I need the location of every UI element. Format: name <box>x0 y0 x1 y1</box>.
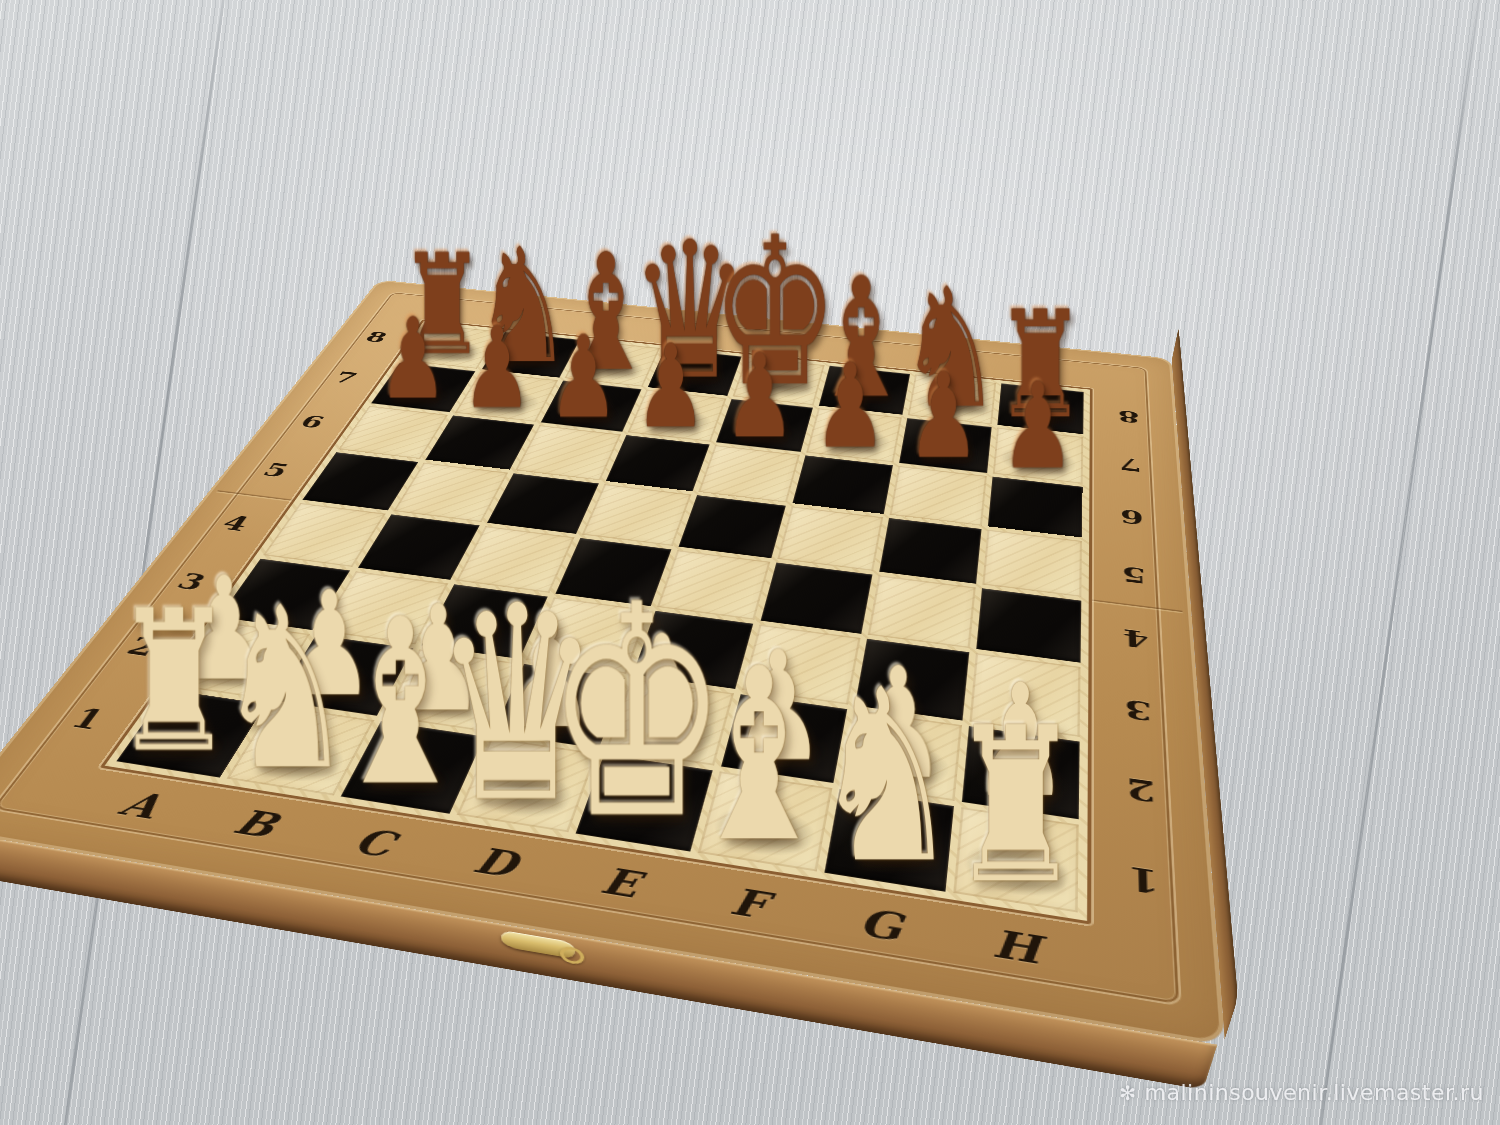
piece-black-pawn-d7[interactable]: ♟ <box>635 335 706 438</box>
square-d6[interactable] <box>606 435 710 491</box>
square-g1[interactable]: ♞ <box>824 789 954 892</box>
square-d7[interactable]: ♟ <box>627 390 726 442</box>
piece-black-pawn-a7[interactable]: ♟ <box>379 309 449 409</box>
piece-black-pawn-b7[interactable]: ♟ <box>462 317 532 418</box>
piece-black-pawn-c7[interactable]: ♟ <box>548 326 619 428</box>
rank-label-right-6: 6 <box>1120 504 1144 529</box>
square-d5[interactable] <box>582 484 692 546</box>
snowflake-icon: ✻ <box>1119 1081 1136 1105</box>
brass-clasp-icon[interactable] <box>501 930 576 959</box>
square-g7[interactable]: ♟ <box>899 418 992 473</box>
clasp-hook-icon <box>559 945 584 966</box>
square-c7[interactable]: ♟ <box>540 381 641 432</box>
piece-white-knight-g1[interactable]: ♞ <box>812 669 960 883</box>
square-e7[interactable]: ♟ <box>716 399 813 452</box>
square-g6[interactable] <box>889 466 986 526</box>
watermark: ✻malininsouvenir.livemaster.ru <box>1119 1080 1484 1105</box>
watermark-text: malininsouvenir.livemaster.ru <box>1145 1080 1484 1105</box>
piece-black-pawn-g7[interactable]: ♟ <box>906 363 980 469</box>
piece-black-pawn-e7[interactable]: ♟ <box>724 344 796 448</box>
rank-label-right-8: 8 <box>1118 406 1140 426</box>
piece-black-pawn-h7[interactable]: ♟ <box>1001 373 1075 480</box>
square-h1[interactable]: ♜ <box>953 807 1079 913</box>
rank-label-right-7: 7 <box>1119 453 1142 475</box>
piece-black-pawn-f7[interactable]: ♟ <box>814 353 887 458</box>
square-f5[interactable] <box>778 506 883 571</box>
piece-white-rook-h1[interactable]: ♜ <box>949 711 1082 904</box>
